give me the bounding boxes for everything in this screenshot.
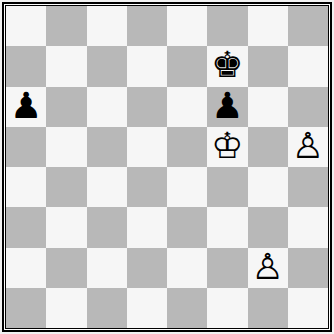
square-b4[interactable] [46, 167, 86, 207]
black-pawn[interactable]: ♟ [211, 88, 243, 124]
square-f6[interactable]: ♟ [207, 87, 247, 127]
square-h2[interactable] [288, 248, 328, 288]
square-f3[interactable] [207, 207, 247, 247]
square-d3[interactable] [127, 207, 167, 247]
square-a6[interactable]: ♟ [6, 87, 46, 127]
square-f5[interactable]: ♔ [207, 127, 247, 167]
square-c6[interactable] [87, 87, 127, 127]
square-d4[interactable] [127, 167, 167, 207]
square-d7[interactable] [127, 46, 167, 86]
square-f8[interactable] [207, 6, 247, 46]
square-e1[interactable] [167, 288, 207, 328]
square-a8[interactable] [6, 6, 46, 46]
white-pawn[interactable]: ♙ [251, 249, 283, 285]
board-frame-gap: ♚♟♟♔♙♙ [4, 4, 330, 330]
white-king[interactable]: ♔ [211, 128, 243, 164]
square-g4[interactable] [248, 167, 288, 207]
square-d6[interactable] [127, 87, 167, 127]
square-a2[interactable] [6, 248, 46, 288]
square-b1[interactable] [46, 288, 86, 328]
square-b5[interactable] [46, 127, 86, 167]
square-b7[interactable] [46, 46, 86, 86]
square-a7[interactable] [6, 46, 46, 86]
square-b6[interactable] [46, 87, 86, 127]
page-background: ♚♟♟♔♙♙ [0, 0, 334, 334]
square-c2[interactable] [87, 248, 127, 288]
square-c8[interactable] [87, 6, 127, 46]
square-g3[interactable] [248, 207, 288, 247]
square-g2[interactable]: ♙ [248, 248, 288, 288]
square-e5[interactable] [167, 127, 207, 167]
square-g7[interactable] [248, 46, 288, 86]
square-a5[interactable] [6, 127, 46, 167]
square-f1[interactable] [207, 288, 247, 328]
square-d1[interactable] [127, 288, 167, 328]
square-a4[interactable] [6, 167, 46, 207]
square-h7[interactable] [288, 46, 328, 86]
square-h3[interactable] [288, 207, 328, 247]
square-f2[interactable] [207, 248, 247, 288]
square-h6[interactable] [288, 87, 328, 127]
chess-board: ♚♟♟♔♙♙ [6, 6, 328, 328]
square-a1[interactable] [6, 288, 46, 328]
white-pawn[interactable]: ♙ [292, 128, 324, 164]
square-h1[interactable] [288, 288, 328, 328]
black-pawn[interactable]: ♟ [10, 88, 42, 124]
square-c1[interactable] [87, 288, 127, 328]
square-e7[interactable] [167, 46, 207, 86]
board-frame-inner: ♚♟♟♔♙♙ [5, 5, 329, 329]
square-c5[interactable] [87, 127, 127, 167]
square-d5[interactable] [127, 127, 167, 167]
square-g6[interactable] [248, 87, 288, 127]
square-g5[interactable] [248, 127, 288, 167]
square-f7[interactable]: ♚ [207, 46, 247, 86]
square-e4[interactable] [167, 167, 207, 207]
square-e6[interactable] [167, 87, 207, 127]
square-a3[interactable] [6, 207, 46, 247]
board-frame-outer: ♚♟♟♔♙♙ [2, 2, 332, 332]
square-e8[interactable] [167, 6, 207, 46]
square-c4[interactable] [87, 167, 127, 207]
black-king[interactable]: ♚ [211, 47, 243, 83]
square-e3[interactable] [167, 207, 207, 247]
square-d2[interactable] [127, 248, 167, 288]
square-g8[interactable] [248, 6, 288, 46]
square-b2[interactable] [46, 248, 86, 288]
square-c7[interactable] [87, 46, 127, 86]
square-h4[interactable] [288, 167, 328, 207]
square-c3[interactable] [87, 207, 127, 247]
square-f4[interactable] [207, 167, 247, 207]
square-g1[interactable] [248, 288, 288, 328]
square-h8[interactable] [288, 6, 328, 46]
square-d8[interactable] [127, 6, 167, 46]
square-e2[interactable] [167, 248, 207, 288]
square-b3[interactable] [46, 207, 86, 247]
square-b8[interactable] [46, 6, 86, 46]
square-h5[interactable]: ♙ [288, 127, 328, 167]
